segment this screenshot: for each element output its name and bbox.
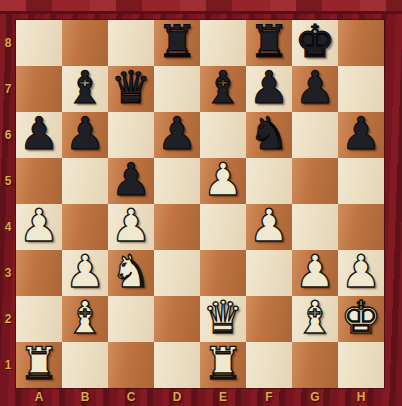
square-b8[interactable] (62, 20, 108, 66)
square-f1[interactable] (246, 342, 292, 388)
square-h3[interactable]: ♟ (338, 250, 384, 296)
square-c7[interactable]: ♛ (108, 66, 154, 112)
file-label-f: F (246, 388, 292, 406)
rank-labels: 87654321 (0, 20, 16, 388)
square-a8[interactable] (16, 20, 62, 66)
square-c8[interactable] (108, 20, 154, 66)
square-e8[interactable] (200, 20, 246, 66)
square-b2[interactable]: ♝ (62, 296, 108, 342)
square-f2[interactable] (246, 296, 292, 342)
rank-label-6: 6 (0, 112, 16, 158)
square-b3[interactable]: ♟ (62, 250, 108, 296)
file-label-d: D (154, 388, 200, 406)
square-h8[interactable] (338, 20, 384, 66)
black-pawn[interactable]: ♟ (111, 157, 151, 203)
square-g4[interactable] (292, 204, 338, 250)
file-label-g: G (292, 388, 338, 406)
white-pawn[interactable]: ♟ (111, 203, 151, 249)
black-rook[interactable]: ♜ (157, 19, 197, 65)
file-label-c: C (108, 388, 154, 406)
square-f5[interactable] (246, 158, 292, 204)
white-pawn[interactable]: ♟ (65, 249, 105, 295)
file-label-e: E (200, 388, 246, 406)
white-bishop[interactable]: ♝ (295, 295, 335, 341)
square-h5[interactable] (338, 158, 384, 204)
board-frame: 87654321 ♜♜♚♝♛♝♟♟♟♟♟♞♟♟♟♟♟♟♟♞♟♟♝♛♝♚♜♜ AB… (0, 0, 402, 406)
square-a3[interactable] (16, 250, 62, 296)
black-queen[interactable]: ♛ (111, 65, 151, 111)
rank-label-7: 7 (0, 66, 16, 112)
rank-label-1: 1 (0, 342, 16, 388)
square-d3[interactable] (154, 250, 200, 296)
white-pawn[interactable]: ♟ (341, 249, 381, 295)
square-b5[interactable] (62, 158, 108, 204)
square-f4[interactable]: ♟ (246, 204, 292, 250)
rank-label-4: 4 (0, 204, 16, 250)
square-e5[interactable]: ♟ (200, 158, 246, 204)
white-queen[interactable]: ♛ (203, 295, 243, 341)
rank-label-8: 8 (0, 20, 16, 66)
square-g1[interactable] (292, 342, 338, 388)
square-d2[interactable] (154, 296, 200, 342)
white-rook[interactable]: ♜ (203, 341, 243, 387)
square-d7[interactable] (154, 66, 200, 112)
black-rook[interactable]: ♜ (249, 19, 289, 65)
square-c6[interactable] (108, 112, 154, 158)
black-knight[interactable]: ♞ (249, 111, 289, 157)
square-d1[interactable] (154, 342, 200, 388)
white-pawn[interactable]: ♟ (203, 157, 243, 203)
square-d6[interactable]: ♟ (154, 112, 200, 158)
rank-label-2: 2 (0, 296, 16, 342)
square-g5[interactable] (292, 158, 338, 204)
square-a5[interactable] (16, 158, 62, 204)
white-pawn[interactable]: ♟ (19, 203, 59, 249)
black-bishop[interactable]: ♝ (203, 65, 243, 111)
file-label-a: A (16, 388, 62, 406)
black-pawn[interactable]: ♟ (249, 65, 289, 111)
black-pawn[interactable]: ♟ (157, 111, 197, 157)
square-e3[interactable] (200, 250, 246, 296)
square-e2[interactable]: ♛ (200, 296, 246, 342)
square-f8[interactable]: ♜ (246, 20, 292, 66)
square-f3[interactable] (246, 250, 292, 296)
white-bishop[interactable]: ♝ (65, 295, 105, 341)
square-e4[interactable] (200, 204, 246, 250)
square-c1[interactable] (108, 342, 154, 388)
square-h2[interactable]: ♚ (338, 296, 384, 342)
square-a6[interactable]: ♟ (16, 112, 62, 158)
square-b6[interactable]: ♟ (62, 112, 108, 158)
file-label-h: H (338, 388, 384, 406)
square-c4[interactable]: ♟ (108, 204, 154, 250)
square-h6[interactable]: ♟ (338, 112, 384, 158)
rank-label-5: 5 (0, 158, 16, 204)
frame-top-edge (0, 0, 402, 14)
chess-board[interactable]: ♜♜♚♝♛♝♟♟♟♟♟♞♟♟♟♟♟♟♟♞♟♟♝♛♝♚♜♜ (16, 20, 384, 388)
square-h7[interactable] (338, 66, 384, 112)
square-b7[interactable]: ♝ (62, 66, 108, 112)
square-g8[interactable]: ♚ (292, 20, 338, 66)
square-a1[interactable]: ♜ (16, 342, 62, 388)
square-d8[interactable]: ♜ (154, 20, 200, 66)
square-b4[interactable] (62, 204, 108, 250)
square-c5[interactable]: ♟ (108, 158, 154, 204)
square-g6[interactable] (292, 112, 338, 158)
square-e1[interactable]: ♜ (200, 342, 246, 388)
square-f7[interactable]: ♟ (246, 66, 292, 112)
square-h4[interactable] (338, 204, 384, 250)
square-h1[interactable] (338, 342, 384, 388)
black-pawn[interactable]: ♟ (341, 111, 381, 157)
black-pawn[interactable]: ♟ (19, 111, 59, 157)
black-pawn[interactable]: ♟ (65, 111, 105, 157)
square-d4[interactable] (154, 204, 200, 250)
black-king[interactable]: ♚ (295, 19, 335, 65)
white-knight[interactable]: ♞ (111, 249, 151, 295)
square-g3[interactable]: ♟ (292, 250, 338, 296)
square-a7[interactable] (16, 66, 62, 112)
square-b1[interactable] (62, 342, 108, 388)
square-c2[interactable] (108, 296, 154, 342)
black-pawn[interactable]: ♟ (295, 65, 335, 111)
square-c3[interactable]: ♞ (108, 250, 154, 296)
square-d5[interactable] (154, 158, 200, 204)
square-g2[interactable]: ♝ (292, 296, 338, 342)
square-g7[interactable]: ♟ (292, 66, 338, 112)
white-rook[interactable]: ♜ (19, 341, 59, 387)
rank-label-3: 3 (0, 250, 16, 296)
square-a4[interactable]: ♟ (16, 204, 62, 250)
file-labels: ABCDEFGH (16, 388, 384, 406)
square-a2[interactable] (16, 296, 62, 342)
square-e7[interactable]: ♝ (200, 66, 246, 112)
square-e6[interactable] (200, 112, 246, 158)
square-f6[interactable]: ♞ (246, 112, 292, 158)
white-pawn[interactable]: ♟ (249, 203, 289, 249)
white-king[interactable]: ♚ (341, 295, 381, 341)
black-bishop[interactable]: ♝ (65, 65, 105, 111)
file-label-b: B (62, 388, 108, 406)
white-pawn[interactable]: ♟ (295, 249, 335, 295)
